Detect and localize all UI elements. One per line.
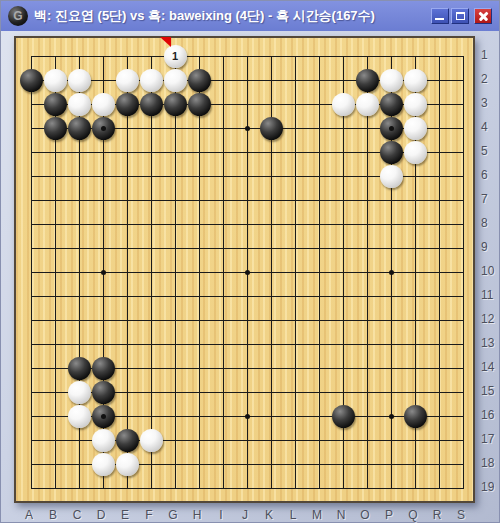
minimize-icon (435, 18, 444, 20)
stone-black-C4 (68, 117, 91, 140)
col-label-S: S (452, 508, 470, 522)
col-label-C: C (68, 508, 86, 522)
row-label-17: 17 (481, 432, 500, 446)
row-label-10: 10 (481, 264, 500, 278)
star-point (389, 126, 394, 131)
col-label-H: H (188, 508, 206, 522)
stone-black-H2 (188, 69, 211, 92)
col-label-B: B (44, 508, 62, 522)
stone-white-C3 (68, 93, 91, 116)
window-title: 백: 진요엽 (5단) vs 흑: baweixing (4단) - 흑 시간승… (34, 7, 431, 25)
go-client-window: G 백: 진요엽 (5단) vs 흑: baweixing (4단) - 흑 시… (0, 0, 500, 523)
stone-black-Q16 (404, 405, 427, 428)
stone-black-D15 (92, 381, 115, 404)
stone-white-C16 (68, 405, 91, 428)
move-number-label: 1 (164, 45, 187, 68)
row-label-13: 13 (481, 336, 500, 350)
row-label-19: 19 (481, 480, 500, 494)
stone-black-D14 (92, 357, 115, 380)
stone-white-D3 (92, 93, 115, 116)
stone-white-N3 (332, 93, 355, 116)
col-label-G: G (164, 508, 182, 522)
stone-black-P5 (380, 141, 403, 164)
col-label-R: R (428, 508, 446, 522)
star-point (245, 270, 250, 275)
stone-white-P6 (380, 165, 403, 188)
window-controls (431, 8, 492, 24)
row-label-3: 3 (481, 96, 500, 110)
titlebar[interactable]: G 백: 진요엽 (5단) vs 흑: baweixing (4단) - 흑 시… (1, 1, 499, 31)
star-point (101, 270, 106, 275)
star-point (245, 126, 250, 131)
col-label-P: P (380, 508, 398, 522)
stone-black-B4 (44, 117, 67, 140)
star-point (101, 126, 106, 131)
row-label-11: 11 (481, 288, 500, 302)
col-label-J: J (236, 508, 254, 522)
star-point (101, 414, 106, 419)
stone-white-G1: 1 (164, 45, 187, 68)
stone-white-E2 (116, 69, 139, 92)
stone-white-D17 (92, 429, 115, 452)
close-button[interactable] (474, 8, 492, 24)
window-body: 1 ABCDEFGHIJKLMNOPQRS1234567891011121314… (1, 31, 499, 522)
col-label-M: M (308, 508, 326, 522)
row-label-16: 16 (481, 408, 500, 422)
minimize-button[interactable] (431, 8, 449, 24)
app-logo-icon: G (8, 6, 28, 26)
row-label-18: 18 (481, 456, 500, 470)
row-label-6: 6 (481, 168, 500, 182)
stone-black-K4 (260, 117, 283, 140)
stone-white-E18 (116, 453, 139, 476)
stone-white-Q5 (404, 141, 427, 164)
stone-white-Q4 (404, 117, 427, 140)
col-label-A: A (20, 508, 38, 522)
stone-white-C15 (68, 381, 91, 404)
stone-black-G3 (164, 93, 187, 116)
col-label-D: D (92, 508, 110, 522)
go-board[interactable]: 1 (14, 36, 475, 503)
stone-white-Q3 (404, 93, 427, 116)
col-label-I: I (212, 508, 230, 522)
stone-black-B3 (44, 93, 67, 116)
row-label-8: 8 (481, 216, 500, 230)
maximize-icon (456, 12, 465, 20)
stone-white-O3 (356, 93, 379, 116)
col-label-N: N (332, 508, 350, 522)
stone-black-F3 (140, 93, 163, 116)
star-point (389, 414, 394, 419)
row-label-4: 4 (481, 120, 500, 134)
stone-white-F2 (140, 69, 163, 92)
stone-black-H3 (188, 93, 211, 116)
stone-black-O2 (356, 69, 379, 92)
row-label-12: 12 (481, 312, 500, 326)
row-label-5: 5 (481, 144, 500, 158)
row-label-14: 14 (481, 360, 500, 374)
stone-white-C2 (68, 69, 91, 92)
stone-white-P2 (380, 69, 403, 92)
stone-black-E17 (116, 429, 139, 452)
stone-black-P3 (380, 93, 403, 116)
row-label-7: 7 (481, 192, 500, 206)
col-label-E: E (116, 508, 134, 522)
stone-white-D18 (92, 453, 115, 476)
stone-white-G2 (164, 69, 187, 92)
col-label-K: K (260, 508, 278, 522)
stone-black-C14 (68, 357, 91, 380)
row-label-15: 15 (481, 384, 500, 398)
col-label-O: O (356, 508, 374, 522)
star-point (389, 270, 394, 275)
stone-black-A2 (20, 69, 43, 92)
col-label-L: L (284, 508, 302, 522)
stone-white-B2 (44, 69, 67, 92)
stone-black-N16 (332, 405, 355, 428)
row-label-1: 1 (481, 48, 500, 62)
row-label-2: 2 (481, 72, 500, 86)
col-label-F: F (140, 508, 158, 522)
stone-white-Q2 (404, 69, 427, 92)
stone-white-F17 (140, 429, 163, 452)
maximize-button[interactable] (451, 8, 469, 24)
row-label-9: 9 (481, 240, 500, 254)
stone-black-E3 (116, 93, 139, 116)
star-point (245, 414, 250, 419)
col-label-Q: Q (404, 508, 422, 522)
